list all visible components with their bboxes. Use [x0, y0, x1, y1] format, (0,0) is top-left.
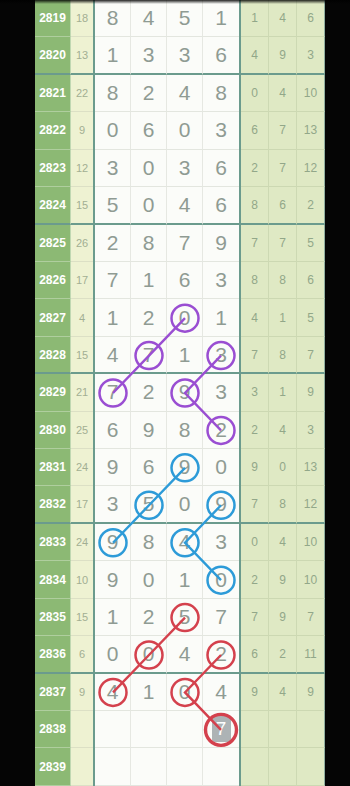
- table-row: 28212282480410: [35, 75, 325, 112]
- issue-number: 2830: [35, 412, 71, 449]
- issue-number: 2825: [35, 225, 71, 262]
- issue-number: 2834: [35, 561, 71, 598]
- digit-cell: 5: [167, 599, 203, 636]
- sum-value: 25: [71, 412, 93, 449]
- digit-cell: 3: [203, 337, 239, 374]
- sum-value: 4: [71, 299, 93, 336]
- digit-cell: 4: [95, 337, 131, 374]
- digit-cell: 9: [167, 374, 203, 411]
- stat-cell: 4: [269, 412, 297, 449]
- digit-cell: 2: [131, 599, 167, 636]
- table-row: 283794104949: [35, 674, 325, 711]
- digit-cell: 0: [167, 112, 203, 149]
- stat-cell: 4: [241, 37, 269, 74]
- digit-cell: [167, 748, 203, 785]
- issue-number: 2820: [35, 37, 71, 74]
- sum-value: 24: [71, 524, 93, 561]
- sum-value: 17: [71, 262, 93, 299]
- digit-cell: 3: [167, 37, 203, 74]
- sum-value: [71, 748, 93, 785]
- issue-number: 2837: [35, 674, 71, 711]
- digit-cell: 5: [95, 187, 131, 224]
- stat-cell: [297, 748, 325, 785]
- stat-cell: [269, 748, 297, 785]
- sum-value: [71, 711, 93, 748]
- stat-cell: 1: [269, 299, 297, 336]
- digit-cell: 8: [95, 75, 131, 112]
- digit-cell: 4: [167, 636, 203, 673]
- digit-cell: 9: [95, 524, 131, 561]
- stat-cell: 2: [269, 636, 297, 673]
- stat-cell: 2: [241, 561, 269, 598]
- issue-number: 2828: [35, 337, 71, 374]
- sum-value: 13: [71, 37, 93, 74]
- stat-cell: 5: [297, 225, 325, 262]
- issue-number: 2819: [35, 0, 71, 37]
- digit-cell: 3: [203, 112, 239, 149]
- digit-cell: 8: [131, 225, 167, 262]
- digit-cell: 1: [167, 561, 203, 598]
- digit-cell: 2: [203, 636, 239, 673]
- digit-cell: 4: [167, 524, 203, 561]
- digit-cell: 4: [95, 674, 131, 711]
- digit-cell: 3: [167, 150, 203, 187]
- digit-cell: 4: [167, 187, 203, 224]
- stat-cell: 0: [241, 75, 269, 112]
- sum-value: 26: [71, 225, 93, 262]
- stat-cell: [241, 748, 269, 785]
- stat-cell: 8: [241, 187, 269, 224]
- stat-cell: 6: [241, 636, 269, 673]
- digit-cell: 6: [131, 449, 167, 486]
- sum-value: 18: [71, 0, 93, 37]
- issue-number: 2821: [35, 75, 71, 112]
- digit-cell: 9: [203, 486, 239, 523]
- digit-cell: 1: [203, 299, 239, 336]
- digit-cell: 0: [131, 636, 167, 673]
- digit-cell: 4: [203, 674, 239, 711]
- digit-cell: 4: [167, 75, 203, 112]
- digit-cell: 6: [203, 187, 239, 224]
- stat-cell: 3: [297, 412, 325, 449]
- sum-value: 21: [71, 374, 93, 411]
- digit-cell: [167, 711, 203, 748]
- stat-cell: 1: [241, 0, 269, 37]
- digit-cell: 0: [167, 299, 203, 336]
- table-row: 2822906036713: [35, 112, 325, 149]
- stat-cell: 7: [241, 225, 269, 262]
- stat-cell: 7: [269, 225, 297, 262]
- digit-cell: 0: [131, 150, 167, 187]
- digit-cell: 0: [203, 561, 239, 598]
- digit-cell: 9: [95, 561, 131, 598]
- digit-cell: 6: [203, 37, 239, 74]
- stat-cell: 2: [297, 187, 325, 224]
- digit-cell: 2: [131, 75, 167, 112]
- digit-cell: 3: [95, 150, 131, 187]
- stat-cell: 7: [241, 337, 269, 374]
- digit-cell: 1: [131, 262, 167, 299]
- stat-cell: 5: [297, 299, 325, 336]
- digit-cell: 7: [95, 262, 131, 299]
- sum-value: 6: [71, 636, 93, 673]
- stat-cell: 7: [241, 486, 269, 523]
- table-row: 2830256982243: [35, 412, 325, 449]
- digit-cell: 7: [203, 711, 239, 748]
- stat-cell: 7: [241, 599, 269, 636]
- issue-number: 2827: [35, 299, 71, 336]
- digit-cell: 2: [131, 299, 167, 336]
- digit-cell: 0: [167, 486, 203, 523]
- digit-cell: 7: [203, 599, 239, 636]
- digit-cell: 8: [95, 0, 131, 37]
- issue-number: 2833: [35, 524, 71, 561]
- stat-cell: 7: [269, 150, 297, 187]
- stat-cell: 7: [269, 112, 297, 149]
- trend-table: 2819188451146282013133649328212282480410…: [35, 0, 325, 786]
- table-row: 2835151257797: [35, 599, 325, 636]
- stat-cell: 6: [241, 112, 269, 149]
- digit-cell: 2: [203, 412, 239, 449]
- stat-cell: 9: [269, 599, 297, 636]
- stat-cell: 9: [241, 674, 269, 711]
- stat-cell: 9: [297, 674, 325, 711]
- issue-number: 2832: [35, 486, 71, 523]
- sum-value: 10: [71, 561, 93, 598]
- stat-cell: 3: [241, 374, 269, 411]
- digit-cell: 9: [167, 449, 203, 486]
- digit-cell: 3: [131, 37, 167, 74]
- digit-cell: 0: [131, 561, 167, 598]
- stat-cell: 13: [297, 112, 325, 149]
- digit-cell: 9: [203, 225, 239, 262]
- issue-number: 2822: [35, 112, 71, 149]
- digit-cell: 9: [95, 449, 131, 486]
- stat-cell: 9: [297, 374, 325, 411]
- table-row: 2828154713787: [35, 337, 325, 374]
- digit-cell: [131, 748, 167, 785]
- digit-cell: 6: [95, 412, 131, 449]
- stat-cell: 12: [297, 486, 325, 523]
- digit-cell: 3: [95, 486, 131, 523]
- stat-cell: 6: [297, 262, 325, 299]
- digit-cell: 1: [95, 37, 131, 74]
- digit-cell: 4: [131, 0, 167, 37]
- digit-cell: 7: [95, 374, 131, 411]
- digit-cell: 1: [203, 0, 239, 37]
- stat-cell: [297, 711, 325, 748]
- stat-cell: 8: [241, 262, 269, 299]
- table-row: 2824155046862: [35, 187, 325, 224]
- table-row: 2825262879775: [35, 225, 325, 262]
- digit-cell: 5: [167, 0, 203, 37]
- table-row: 2836600426211: [35, 636, 325, 673]
- digit-cell: 2: [131, 374, 167, 411]
- digit-cell: 8: [203, 75, 239, 112]
- stat-cell: 10: [297, 561, 325, 598]
- stat-cell: 10: [297, 524, 325, 561]
- digit-cell: 1: [131, 674, 167, 711]
- sum-value: 12: [71, 150, 93, 187]
- stat-cell: 8: [269, 262, 297, 299]
- stat-cell: 7: [297, 599, 325, 636]
- table-row: 2839: [35, 748, 325, 785]
- digit-cell: [203, 748, 239, 785]
- sum-value: 22: [71, 75, 93, 112]
- table-row: 2820131336493: [35, 37, 325, 74]
- stat-cell: 0: [241, 524, 269, 561]
- issue-number: 2839: [35, 748, 71, 785]
- stat-cell: [241, 711, 269, 748]
- issue-number: 2824: [35, 187, 71, 224]
- stat-cell: 7: [297, 337, 325, 374]
- stat-cell: [269, 711, 297, 748]
- stat-cell: 4: [269, 524, 297, 561]
- stat-cell: 9: [241, 449, 269, 486]
- digit-cell: 2: [95, 225, 131, 262]
- stat-cell: 6: [269, 187, 297, 224]
- issue-number: 2838: [35, 711, 71, 748]
- sum-value: 15: [71, 187, 93, 224]
- issue-number: 2835: [35, 599, 71, 636]
- digit-cell: 8: [131, 524, 167, 561]
- stat-cell: 4: [241, 299, 269, 336]
- stat-cell: 6: [297, 0, 325, 37]
- sum-value: 15: [71, 337, 93, 374]
- digit-cell: 1: [95, 299, 131, 336]
- digit-cell: 8: [167, 412, 203, 449]
- issue-number: 2829: [35, 374, 71, 411]
- stat-cell: 12: [297, 150, 325, 187]
- stat-cell: 2: [241, 412, 269, 449]
- table-row: 2826177163886: [35, 262, 325, 299]
- table-row: 2819188451146: [35, 0, 325, 37]
- digit-cell: 0: [95, 112, 131, 149]
- digit-cell: 6: [131, 112, 167, 149]
- stat-cell: 2: [241, 150, 269, 187]
- stat-cell: 4: [269, 0, 297, 37]
- stat-cell: 9: [269, 561, 297, 598]
- digit-cell: 9: [131, 412, 167, 449]
- digit-cell: 0: [95, 636, 131, 673]
- sum-value: 17: [71, 486, 93, 523]
- digit-cell: 0: [203, 449, 239, 486]
- stat-cell: 9: [269, 37, 297, 74]
- stat-cell: 0: [269, 449, 297, 486]
- issue-number: 2831: [35, 449, 71, 486]
- sum-value: 24: [71, 449, 93, 486]
- sum-value: 9: [71, 112, 93, 149]
- stat-cell: 11: [297, 636, 325, 673]
- digit-cell: 0: [167, 674, 203, 711]
- digit-cell: 3: [203, 524, 239, 561]
- table-row: 28387: [35, 711, 325, 748]
- stat-cell: 1: [269, 374, 297, 411]
- stat-cell: 8: [269, 486, 297, 523]
- digit-cell: 3: [203, 262, 239, 299]
- sum-value: 9: [71, 674, 93, 711]
- predicted-number[interactable]: 7: [212, 716, 231, 742]
- digit-cell: 5: [131, 486, 167, 523]
- table-row: 28332498430410: [35, 524, 325, 561]
- stat-cell: 4: [269, 75, 297, 112]
- issue-number: 2836: [35, 636, 71, 673]
- digit-cell: [95, 711, 131, 748]
- digit-cell: [131, 711, 167, 748]
- digit-cell: 1: [95, 599, 131, 636]
- stat-cell: 3: [297, 37, 325, 74]
- table-row: 282741201415: [35, 299, 325, 336]
- table-row: 2829217293319: [35, 374, 325, 411]
- table-row: 28231230362712: [35, 150, 325, 187]
- digit-cell: 3: [203, 374, 239, 411]
- stat-cell: 13: [297, 449, 325, 486]
- sum-value: 15: [71, 599, 93, 636]
- digit-cell: 6: [203, 150, 239, 187]
- stat-cell: 4: [269, 674, 297, 711]
- digit-cell: 6: [167, 262, 203, 299]
- stat-cell: 10: [297, 75, 325, 112]
- table-row: 28321735097812: [35, 486, 325, 523]
- digit-cell: [95, 748, 131, 785]
- digit-cell: 7: [131, 337, 167, 374]
- digit-cell: 1: [167, 337, 203, 374]
- stat-cell: 8: [269, 337, 297, 374]
- table-row: 28341090102910: [35, 561, 325, 598]
- digit-cell: 7: [167, 225, 203, 262]
- issue-number: 2823: [35, 150, 71, 187]
- digit-cell: 0: [131, 187, 167, 224]
- table-row: 28312496909013: [35, 449, 325, 486]
- issue-number: 2826: [35, 262, 71, 299]
